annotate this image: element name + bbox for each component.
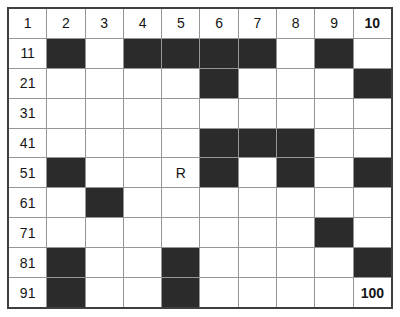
cell-r2c10[interactable] [354,39,391,68]
cell-r10c9[interactable] [315,278,352,307]
cell-r5c2[interactable] [47,129,84,158]
cell-r1c6[interactable]: 6 [200,9,237,38]
cell-r1c3[interactable]: 3 [86,9,123,38]
cell-r7c1[interactable]: 61 [9,188,46,217]
robot-marker-label: R [176,166,186,180]
cell-r3c2[interactable] [47,69,84,98]
cell-number-label: 9 [330,16,338,30]
cell-r5c1[interactable]: 41 [9,129,46,158]
cell-r7c4[interactable] [124,188,161,217]
blocked-cell-r2c7[interactable] [239,39,276,68]
cell-r5c10[interactable] [354,129,391,158]
hundred-chart-grid: 123456789101121314151R61718191100 [7,7,393,309]
blocked-cell-r6c10[interactable] [354,158,391,187]
cell-r9c4[interactable] [124,248,161,277]
blocked-cell-r5c6[interactable] [200,129,237,158]
cell-r6c4[interactable] [124,158,161,187]
cell-r1c7[interactable]: 7 [239,9,276,38]
cell-r5c3[interactable] [86,129,123,158]
cell-r10c6[interactable] [200,278,237,307]
blocked-cell-r2c6[interactable] [200,39,237,68]
cell-number-label: 8 [292,16,300,30]
blocked-cell-r2c4[interactable] [124,39,161,68]
cell-r7c9[interactable] [315,188,352,217]
cell-r8c3[interactable] [86,218,123,247]
cell-r6c3[interactable] [86,158,123,187]
cell-number-label: 100 [361,286,384,300]
cell-r6c1[interactable]: 51 [9,158,46,187]
cell-r7c10[interactable] [354,188,391,217]
cell-number-label: 6 [215,16,223,30]
cell-number-label: 5 [177,16,185,30]
cell-r1c5[interactable]: 5 [162,9,199,38]
cell-number-label: 61 [20,196,36,210]
cell-number-label: 2 [62,16,70,30]
cell-r9c1[interactable]: 81 [9,248,46,277]
blocked-cell-r10c5[interactable] [162,278,199,307]
cell-r3c4[interactable] [124,69,161,98]
cell-number-label: 41 [20,136,36,150]
cell-r8c10[interactable] [354,218,391,247]
blocked-cell-r8c9[interactable] [315,218,352,247]
blocked-cell-r2c2[interactable] [47,39,84,68]
cell-r9c6[interactable] [200,248,237,277]
cell-r10c10[interactable]: 100 [354,278,391,307]
cell-r4c2[interactable] [47,99,84,128]
cell-r2c1[interactable]: 11 [9,39,46,68]
cell-r10c3[interactable] [86,278,123,307]
cell-r8c1[interactable]: 71 [9,218,46,247]
cell-number-label: 81 [20,256,36,270]
blocked-cell-r5c7[interactable] [239,129,276,158]
blocked-cell-r3c10[interactable] [354,69,391,98]
cell-r3c7[interactable] [239,69,276,98]
cell-r7c8[interactable] [277,188,314,217]
cell-r3c9[interactable] [315,69,352,98]
cell-number-label: 51 [20,166,36,180]
cell-r1c10[interactable]: 10 [354,9,391,38]
cell-r5c4[interactable] [124,129,161,158]
blocked-cell-r10c2[interactable] [47,278,84,307]
cell-number-label: 7 [254,16,262,30]
cell-r3c1[interactable]: 21 [9,69,46,98]
blocked-cell-r5c8[interactable] [277,129,314,158]
cell-r8c7[interactable] [239,218,276,247]
cell-r7c6[interactable] [200,188,237,217]
blocked-cell-r6c6[interactable] [200,158,237,187]
cell-r4c6[interactable] [200,99,237,128]
cell-r7c5[interactable] [162,188,199,217]
cell-r9c8[interactable] [277,248,314,277]
hundred-chart-puzzle: 123456789101121314151R61718191100 [0,0,400,317]
cell-r7c2[interactable] [47,188,84,217]
cell-r4c1[interactable]: 31 [9,99,46,128]
cell-r4c9[interactable] [315,99,352,128]
cell-r8c6[interactable] [200,218,237,247]
cell-r8c2[interactable] [47,218,84,247]
blocked-cell-r6c8[interactable] [277,158,314,187]
cell-r5c9[interactable] [315,129,352,158]
cell-r4c4[interactable] [124,99,161,128]
cell-r1c1[interactable]: 1 [9,9,46,38]
cell-number-label: 3 [100,16,108,30]
cell-r9c3[interactable] [86,248,123,277]
cell-r2c3[interactable] [86,39,123,68]
blocked-cell-r9c5[interactable] [162,248,199,277]
cell-number-label: 11 [20,46,35,60]
blocked-cell-r2c9[interactable] [315,39,352,68]
cell-r7c7[interactable] [239,188,276,217]
cell-r4c5[interactable] [162,99,199,128]
cell-r10c7[interactable] [239,278,276,307]
blocked-cell-r3c6[interactable] [200,69,237,98]
blocked-cell-r9c10[interactable] [354,248,391,277]
cell-r8c5[interactable] [162,218,199,247]
cell-number-label: 4 [139,16,147,30]
cell-r8c4[interactable] [124,218,161,247]
cell-number-label: 71 [20,226,36,240]
blocked-cell-r2c5[interactable] [162,39,199,68]
cell-r4c3[interactable] [86,99,123,128]
cell-number-label: 10 [365,16,381,30]
cell-r1c4[interactable]: 4 [124,9,161,38]
cell-r3c3[interactable] [86,69,123,98]
cell-r3c8[interactable] [277,69,314,98]
cell-r10c1[interactable]: 91 [9,278,46,307]
cell-r4c8[interactable] [277,99,314,128]
cell-r10c8[interactable] [277,278,314,307]
cell-r9c9[interactable] [315,248,352,277]
cell-r1c8[interactable]: 8 [277,9,314,38]
cell-r1c2[interactable]: 2 [47,9,84,38]
cell-number-label: 31 [20,106,36,120]
blocked-cell-r6c2[interactable] [47,158,84,187]
marker-cell-R[interactable]: R [162,158,199,187]
cell-r2c8[interactable] [277,39,314,68]
cell-r1c9[interactable]: 9 [315,9,352,38]
cell-r3c5[interactable] [162,69,199,98]
cell-r8c8[interactable] [277,218,314,247]
cell-r4c10[interactable] [354,99,391,128]
cell-r10c4[interactable] [124,278,161,307]
blocked-cell-r9c2[interactable] [47,248,84,277]
cell-number-label: 91 [20,286,36,300]
blocked-cell-r7c3[interactable] [86,188,123,217]
cell-r4c7[interactable] [239,99,276,128]
cell-number-label: 1 [24,16,32,30]
cell-r6c7[interactable] [239,158,276,187]
cell-r5c5[interactable] [162,129,199,158]
cell-r6c9[interactable] [315,158,352,187]
cell-number-label: 21 [20,76,36,90]
cell-r9c7[interactable] [239,248,276,277]
